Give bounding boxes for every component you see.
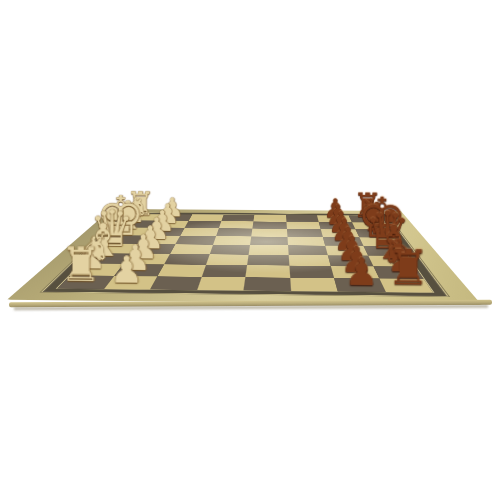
square-c4 bbox=[205, 254, 248, 265]
board-margin: ♜♟♟♜♞♟♟♞♝♟♟♝♚♟♟♚♛♟♟♛♝♟♟♝♞♟♟♞♜♟♟♜ bbox=[7, 209, 482, 305]
square-c3 bbox=[164, 254, 209, 265]
square-c5 bbox=[247, 255, 289, 266]
square-b3 bbox=[157, 264, 205, 276]
square-d4 bbox=[209, 245, 250, 255]
chess-set-photo: ♜♟♟♜♞♟♟♞♝♟♟♝♚♟♟♚♛♟♟♛♝♟♟♝♞♟♟♞♜♟♟♜ bbox=[0, 0, 500, 500]
square-a2: ♟ bbox=[104, 276, 158, 290]
black-pawn-a7: ♟ bbox=[344, 253, 378, 291]
square-b5 bbox=[245, 265, 289, 277]
square-a8: ♜ bbox=[379, 278, 433, 292]
square-c6 bbox=[288, 255, 331, 266]
square-d3 bbox=[170, 244, 213, 254]
square-a3 bbox=[150, 276, 201, 290]
square-f6 bbox=[286, 229, 322, 237]
black-rook-a8: ♜ bbox=[387, 244, 431, 292]
board-grid: ♜♟♟♜♞♟♟♞♝♟♟♝♚♟♟♚♛♟♟♛♝♟♟♝♞♟♟♞♜♟♟♜ bbox=[57, 214, 433, 292]
square-e6 bbox=[287, 237, 325, 246]
square-b6 bbox=[289, 266, 334, 278]
square-e5 bbox=[250, 236, 288, 245]
square-e4 bbox=[213, 236, 252, 245]
white-pawn-a2: ♟ bbox=[110, 251, 144, 289]
white-rook-a1: ♜ bbox=[60, 241, 102, 289]
board-frame-band: ♜♟♟♜♞♟♟♞♝♟♟♝♚♟♟♚♛♟♟♛♝♟♟♝♞♟♟♞♜♟♟♜ bbox=[43, 212, 447, 296]
square-a5 bbox=[243, 277, 290, 291]
square-a7: ♟ bbox=[334, 278, 385, 292]
square-b4 bbox=[201, 265, 247, 277]
square-d6 bbox=[288, 245, 328, 255]
chessboard: ♜♟♟♜♞♟♟♞♝♟♟♝♚♟♟♚♛♟♟♛♝♟♟♝♞♟♟♞♜♟♟♜ bbox=[7, 209, 482, 305]
square-d5 bbox=[249, 245, 289, 255]
square-e3 bbox=[175, 236, 215, 245]
square-a4 bbox=[197, 277, 246, 291]
square-a6 bbox=[290, 277, 338, 291]
